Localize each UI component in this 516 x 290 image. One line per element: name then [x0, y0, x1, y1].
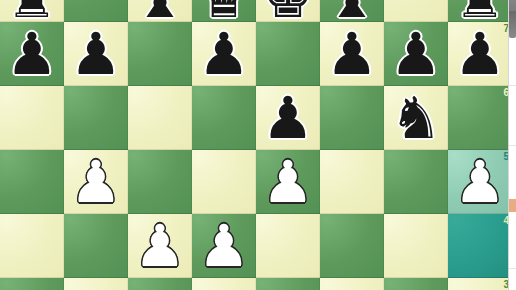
strip-separator-1	[509, 85, 516, 86]
scroll-marker-orange[interactable]	[509, 199, 516, 212]
chess-app-viewport: ♜♝♛♚♝♜♟♟♟♟♟♟7♟♞6♟♟♟5♟♟43	[0, 0, 516, 290]
white-pawn-e5[interactable]: ♟	[256, 150, 320, 214]
square-e4[interactable]	[256, 214, 320, 278]
black-pawn-g7[interactable]: ♟	[384, 22, 448, 86]
white-pawn-c4[interactable]: ♟	[128, 214, 192, 278]
square-a8[interactable]: ♜	[0, 0, 64, 22]
square-g3[interactable]	[384, 278, 448, 290]
square-b3[interactable]	[64, 278, 128, 290]
square-d7[interactable]: ♟	[192, 22, 256, 86]
black-pawn-d7[interactable]: ♟	[192, 22, 256, 86]
square-c4[interactable]: ♟	[128, 214, 192, 278]
white-pawn-h5[interactable]: ♟	[448, 150, 512, 214]
square-f4[interactable]	[320, 214, 384, 278]
square-f6[interactable]	[320, 86, 384, 150]
square-g6[interactable]: ♞	[384, 86, 448, 150]
square-d8[interactable]: ♛	[192, 0, 256, 22]
square-g8[interactable]	[384, 0, 448, 22]
square-g4[interactable]	[384, 214, 448, 278]
square-e8[interactable]: ♚	[256, 0, 320, 22]
scrollbar-thumb[interactable]	[509, 0, 516, 38]
black-pawn-a7[interactable]: ♟	[0, 22, 64, 86]
square-a5[interactable]	[0, 150, 64, 214]
square-f8[interactable]: ♝	[320, 0, 384, 22]
square-a4[interactable]	[0, 214, 64, 278]
white-pawn-b5[interactable]: ♟	[64, 150, 128, 214]
square-h4[interactable]: 4	[448, 214, 512, 278]
black-pawn-f7[interactable]: ♟	[320, 22, 384, 86]
square-g7[interactable]: ♟	[384, 22, 448, 86]
square-c8[interactable]: ♝	[128, 0, 192, 22]
square-b6[interactable]	[64, 86, 128, 150]
square-h3[interactable]: 3	[448, 278, 512, 290]
square-e5[interactable]: ♟	[256, 150, 320, 214]
strip-separator-3	[509, 268, 516, 269]
square-f5[interactable]	[320, 150, 384, 214]
square-d5[interactable]	[192, 150, 256, 214]
square-h8[interactable]: ♜	[448, 0, 512, 22]
black-pawn-e6[interactable]: ♟	[256, 86, 320, 150]
square-e6[interactable]: ♟	[256, 86, 320, 150]
square-d4[interactable]: ♟	[192, 214, 256, 278]
square-e7[interactable]	[256, 22, 320, 86]
square-b7[interactable]: ♟	[64, 22, 128, 86]
square-c5[interactable]	[128, 150, 192, 214]
square-c3[interactable]	[128, 278, 192, 290]
square-a6[interactable]	[0, 86, 64, 150]
square-d3[interactable]	[192, 278, 256, 290]
square-c6[interactable]	[128, 86, 192, 150]
white-pawn-d4[interactable]: ♟	[192, 214, 256, 278]
right-panel-scrollbar[interactable]	[508, 0, 516, 290]
square-g5[interactable]	[384, 150, 448, 214]
square-b8[interactable]	[64, 0, 128, 22]
square-e3[interactable]	[256, 278, 320, 290]
square-b4[interactable]	[64, 214, 128, 278]
square-h6[interactable]: 6	[448, 86, 512, 150]
strip-separator-2	[509, 145, 516, 146]
square-b5[interactable]: ♟	[64, 150, 128, 214]
square-h7[interactable]: ♟7	[448, 22, 512, 86]
square-d6[interactable]	[192, 86, 256, 150]
square-f7[interactable]: ♟	[320, 22, 384, 86]
square-c7[interactable]	[128, 22, 192, 86]
square-f3[interactable]	[320, 278, 384, 290]
chess-board[interactable]: ♜♝♛♚♝♜♟♟♟♟♟♟7♟♞6♟♟♟5♟♟43	[0, 0, 512, 290]
black-pawn-h7[interactable]: ♟	[448, 22, 512, 86]
black-pawn-b7[interactable]: ♟	[64, 22, 128, 86]
square-h5[interactable]: ♟5	[448, 150, 512, 214]
square-a3[interactable]	[0, 278, 64, 290]
square-a7[interactable]: ♟	[0, 22, 64, 86]
black-knight-g6[interactable]: ♞	[384, 86, 448, 150]
